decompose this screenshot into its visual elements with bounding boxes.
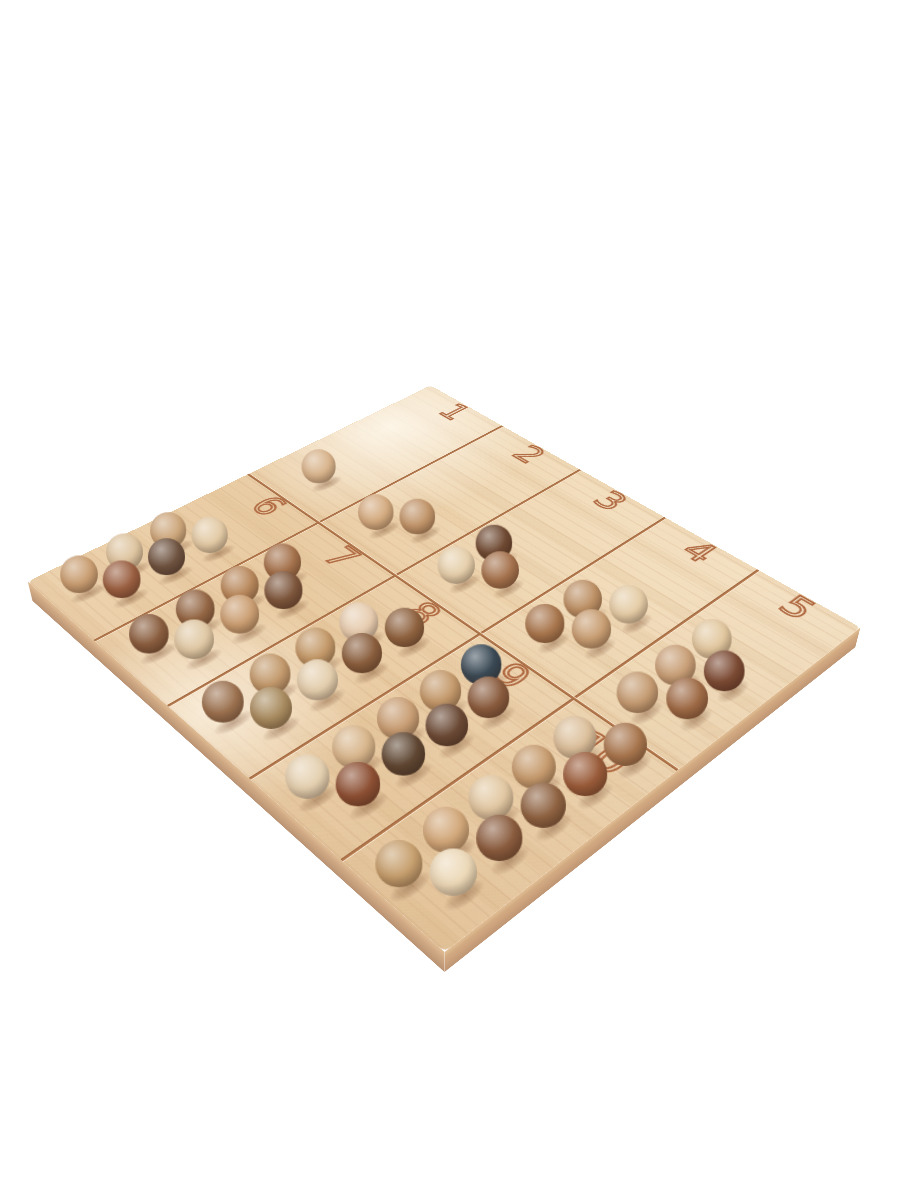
wooden-ball[interactable] bbox=[264, 571, 302, 609]
wooden-ball[interactable] bbox=[358, 494, 394, 530]
wooden-ball[interactable] bbox=[342, 633, 382, 673]
wooden-ball[interactable] bbox=[285, 755, 329, 799]
wooden-ball[interactable] bbox=[666, 678, 708, 720]
wooden-ball[interactable] bbox=[468, 775, 513, 820]
strip-4-number: 4 bbox=[675, 537, 720, 565]
wooden-ball[interactable] bbox=[525, 604, 564, 643]
strip-1-number: 1 bbox=[433, 401, 474, 423]
wooden-ball[interactable] bbox=[468, 677, 510, 719]
strip-2-number: 2 bbox=[507, 442, 549, 466]
wooden-ball[interactable] bbox=[336, 762, 381, 807]
strip-3-number: 3 bbox=[587, 488, 631, 514]
wooden-ball[interactable] bbox=[297, 659, 338, 700]
wooden-ball[interactable] bbox=[521, 783, 566, 828]
wooden-ball[interactable] bbox=[572, 609, 612, 649]
strip-7-number: 7 bbox=[316, 543, 364, 572]
wooden-ball[interactable] bbox=[60, 556, 98, 594]
wooden-ball[interactable] bbox=[375, 840, 422, 887]
wooden-ball[interactable] bbox=[512, 745, 556, 789]
wooden-ball[interactable] bbox=[103, 560, 141, 598]
wooden-ball[interactable] bbox=[382, 732, 426, 776]
wooden-ball[interactable] bbox=[704, 650, 745, 691]
wooden-ball[interactable] bbox=[476, 815, 522, 861]
wooden-ball[interactable] bbox=[423, 807, 469, 853]
wooden-ball[interactable] bbox=[202, 681, 244, 723]
strip-5-number: 5 bbox=[772, 591, 819, 622]
wooden-ball[interactable] bbox=[220, 595, 259, 634]
wooden-ball[interactable] bbox=[129, 614, 169, 654]
wooden-ball[interactable] bbox=[385, 608, 425, 648]
wooden-ball[interactable] bbox=[430, 848, 478, 896]
wooden-ball[interactable] bbox=[604, 723, 647, 766]
wooden-ball[interactable] bbox=[563, 752, 607, 796]
wooden-ball[interactable] bbox=[191, 517, 227, 553]
wooden-ball[interactable] bbox=[250, 687, 292, 729]
wooden-ball[interactable] bbox=[617, 672, 659, 714]
wooden-ball[interactable] bbox=[481, 551, 519, 589]
wooden-ball[interactable] bbox=[438, 546, 475, 583]
wooden-ball[interactable] bbox=[174, 619, 214, 659]
strip-6-number: 6 bbox=[244, 493, 290, 519]
board-face: 12345678910 bbox=[28, 385, 861, 952]
wooden-ball[interactable] bbox=[609, 585, 648, 624]
wooden-ball[interactable] bbox=[426, 704, 469, 747]
wooden-ball[interactable] bbox=[399, 499, 435, 535]
wooden-ball[interactable] bbox=[148, 538, 185, 575]
wooden-ball[interactable] bbox=[302, 449, 336, 483]
counting-board: 12345678910 bbox=[28, 385, 861, 952]
